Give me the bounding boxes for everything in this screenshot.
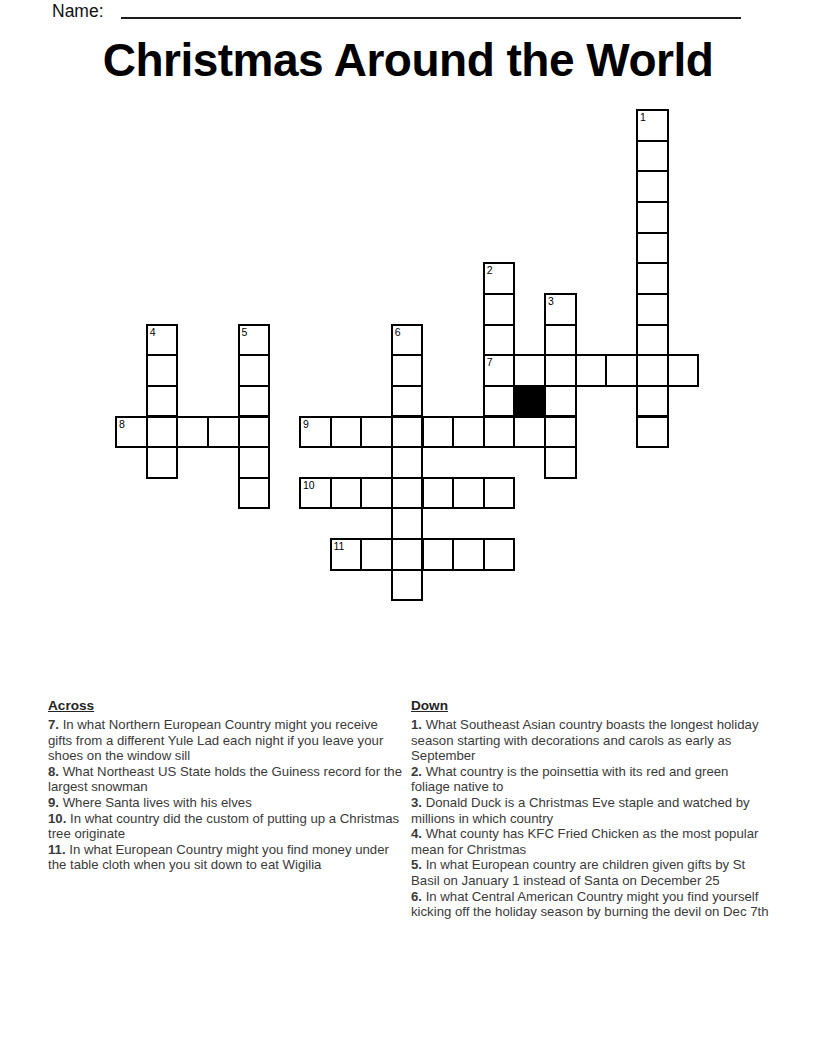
cell-number: 10 xyxy=(303,479,315,491)
grid-cell[interactable]: 6 xyxy=(391,324,424,357)
clue-number: 9. xyxy=(48,795,59,810)
clue-number: 10. xyxy=(48,811,66,826)
grid-cell[interactable] xyxy=(422,416,455,449)
grid-cell[interactable] xyxy=(146,385,179,418)
grid-cell[interactable] xyxy=(452,416,485,449)
grid-cell[interactable]: 4 xyxy=(146,324,179,357)
clue-text: Where Santa lives with his elves xyxy=(59,795,252,810)
grid-cell[interactable] xyxy=(544,385,577,418)
grid-cell[interactable]: 1 xyxy=(636,109,669,142)
clue-item: 2. What country is the poinsettia with i… xyxy=(411,764,769,795)
grid-cell[interactable] xyxy=(391,446,424,479)
clue-number: 8. xyxy=(48,764,59,779)
grid-cell[interactable] xyxy=(238,416,271,449)
clue-number: 1. xyxy=(411,717,422,732)
clue-text: What Southeast Asian country boasts the … xyxy=(411,717,759,763)
across-heading: Across xyxy=(48,698,404,714)
grid-cell[interactable] xyxy=(636,385,669,418)
grid-cell[interactable] xyxy=(238,385,271,418)
clue-number: 6. xyxy=(411,889,422,904)
grid-cell[interactable] xyxy=(636,170,669,203)
grid-cell[interactable] xyxy=(667,354,700,387)
clue-text: What Northeast US State holds the Guines… xyxy=(48,764,402,795)
grid-cell[interactable] xyxy=(360,477,393,510)
clue-text: In what Northern European Country might … xyxy=(48,717,383,763)
grid-cell[interactable] xyxy=(483,385,516,418)
down-heading: Down xyxy=(411,698,769,714)
clue-item: 8. What Northeast US State holds the Gui… xyxy=(48,764,404,795)
grid-cell[interactable] xyxy=(636,140,669,173)
grid-cell[interactable] xyxy=(636,232,669,265)
clue-text: In what country did the custom of puttin… xyxy=(48,811,399,842)
grid-cell[interactable] xyxy=(391,507,424,540)
grid-cell[interactable] xyxy=(513,416,546,449)
clue-item: 9. Where Santa lives with his elves xyxy=(48,795,404,811)
grid-cell[interactable] xyxy=(452,538,485,571)
clue-number: 4. xyxy=(411,826,422,841)
grid-cell[interactable] xyxy=(452,477,485,510)
down-clue-list: 1. What Southeast Asian country boasts t… xyxy=(411,717,769,920)
cell-number: 9 xyxy=(303,418,309,430)
grid-cell[interactable]: 5 xyxy=(238,324,271,357)
blocked-cell xyxy=(513,385,546,418)
grid-cell[interactable] xyxy=(636,201,669,234)
grid-cell[interactable]: 11 xyxy=(330,538,363,571)
cell-number: 11 xyxy=(334,540,345,552)
cell-number: 5 xyxy=(242,326,248,338)
grid-cell[interactable] xyxy=(544,324,577,357)
clue-text: In what European Country might you find … xyxy=(48,842,389,873)
clue-number: 11. xyxy=(48,842,66,857)
page-title: Christmas Around the World xyxy=(0,33,816,87)
crossword-grid: 1234567891011 xyxy=(115,109,701,603)
grid-cell[interactable] xyxy=(636,416,669,449)
clue-item: 5. In what European country are children… xyxy=(411,857,769,888)
cell-number: 7 xyxy=(487,356,493,368)
grid-cell[interactable] xyxy=(544,446,577,479)
clue-text: What county has KFC Fried Chicken as the… xyxy=(411,826,758,857)
clue-text: What country is the poinsettia with its … xyxy=(411,764,728,795)
grid-cell[interactable] xyxy=(330,477,363,510)
grid-cell[interactable] xyxy=(605,354,638,387)
cell-number: 6 xyxy=(395,326,401,338)
cell-number: 3 xyxy=(548,295,554,307)
grid-cell[interactable] xyxy=(391,354,424,387)
grid-cell[interactable]: 10 xyxy=(299,477,332,510)
grid-cell[interactable] xyxy=(636,354,669,387)
grid-cell[interactable] xyxy=(391,538,424,571)
grid-cell[interactable] xyxy=(238,477,271,510)
clue-number: 7. xyxy=(48,717,59,732)
grid-cell[interactable] xyxy=(544,354,577,387)
grid-cell[interactable]: 3 xyxy=(544,293,577,326)
grid-cell[interactable] xyxy=(483,324,516,357)
grid-cell[interactable] xyxy=(391,416,424,449)
grid-cell[interactable] xyxy=(391,385,424,418)
clue-text: Donald Duck is a Christmas Eve staple an… xyxy=(411,795,750,826)
grid-cell[interactable] xyxy=(636,262,669,295)
grid-cell[interactable]: 9 xyxy=(299,416,332,449)
grid-cell[interactable] xyxy=(544,416,577,449)
grid-cell[interactable] xyxy=(483,538,516,571)
cell-number: 8 xyxy=(119,418,125,430)
across-clues-section: Across 7. In what Northern European Coun… xyxy=(48,698,404,873)
clue-item: 1. What Southeast Asian country boasts t… xyxy=(411,717,769,764)
across-clue-list: 7. In what Northern European Country mig… xyxy=(48,717,404,873)
grid-cell[interactable] xyxy=(575,354,608,387)
grid-cell[interactable]: 2 xyxy=(483,262,516,295)
grid-cell[interactable] xyxy=(636,293,669,326)
name-fill-line[interactable] xyxy=(121,0,741,19)
grid-cell[interactable] xyxy=(636,324,669,357)
down-clues-section: Down 1. What Southeast Asian country boa… xyxy=(411,698,769,920)
clue-number: 3. xyxy=(411,795,422,810)
grid-cell[interactable] xyxy=(391,569,424,602)
grid-cell[interactable]: 8 xyxy=(115,416,148,449)
grid-cell[interactable] xyxy=(483,477,516,510)
clue-item: 10. In what country did the custom of pu… xyxy=(48,811,404,842)
grid-cell[interactable] xyxy=(238,354,271,387)
grid-cell[interactable] xyxy=(391,477,424,510)
grid-cell[interactable] xyxy=(483,416,516,449)
grid-cell[interactable] xyxy=(360,538,393,571)
grid-cell[interactable] xyxy=(483,293,516,326)
clue-item: 4. What county has KFC Fried Chicken as … xyxy=(411,826,769,857)
grid-cell[interactable] xyxy=(330,416,363,449)
clue-text: In what European country are children gi… xyxy=(411,857,745,888)
grid-cell[interactable]: 7 xyxy=(483,354,516,387)
grid-cell[interactable] xyxy=(146,416,179,449)
grid-cell[interactable] xyxy=(360,416,393,449)
cell-number: 1 xyxy=(640,111,646,123)
grid-cell[interactable] xyxy=(422,538,455,571)
clue-item: 6. In what Central American Country migh… xyxy=(411,889,769,920)
grid-cell[interactable] xyxy=(422,477,455,510)
clue-number: 5. xyxy=(411,857,422,872)
grid-cell[interactable] xyxy=(513,354,546,387)
clue-number: 2. xyxy=(411,764,422,779)
clue-item: 11. In what European Country might you f… xyxy=(48,842,404,873)
cell-number: 4 xyxy=(150,326,156,338)
clue-text: In what Central American Country might y… xyxy=(411,889,769,920)
clue-item: 3. Donald Duck is a Christmas Eve staple… xyxy=(411,795,769,826)
grid-cell[interactable] xyxy=(176,416,209,449)
grid-cell[interactable] xyxy=(146,446,179,479)
cell-number: 2 xyxy=(487,264,493,276)
grid-cell[interactable] xyxy=(207,416,240,449)
grid-cell[interactable] xyxy=(238,446,271,479)
name-label: Name: xyxy=(52,1,104,22)
grid-cell[interactable] xyxy=(146,354,179,387)
clue-item: 7. In what Northern European Country mig… xyxy=(48,717,404,764)
